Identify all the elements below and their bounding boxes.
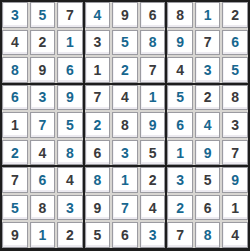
cell-r3c7[interactable]: 4	[167, 57, 193, 83]
cell-r4c6[interactable]: 1	[140, 85, 166, 111]
cell-r9c2[interactable]: 1	[30, 222, 56, 248]
cell-r1c9[interactable]: 2	[222, 2, 248, 28]
sudoku-board: 3574218964963581278129764356391752487412…	[0, 0, 250, 251]
cell-r1c4[interactable]: 4	[85, 2, 111, 28]
cell-r4c2[interactable]: 3	[30, 85, 56, 111]
cell-r4c1[interactable]: 6	[2, 85, 28, 111]
cell-r3c8[interactable]: 3	[195, 57, 221, 83]
cell-r2c8[interactable]: 7	[195, 30, 221, 56]
cell-r1c8[interactable]: 1	[195, 2, 221, 28]
cell-r2c1[interactable]: 4	[2, 30, 28, 56]
cell-r6c3[interactable]: 8	[57, 140, 83, 166]
cell-r1c1[interactable]: 3	[2, 2, 28, 28]
cell-r8c1[interactable]: 5	[2, 195, 28, 221]
sudoku-box-5: 528643197	[167, 85, 248, 166]
cell-r5c7[interactable]: 6	[167, 112, 193, 138]
cell-r2c6[interactable]: 8	[140, 30, 166, 56]
cell-r2c3[interactable]: 1	[57, 30, 83, 56]
cell-r5c1[interactable]: 1	[2, 112, 28, 138]
cell-r7c7[interactable]: 3	[167, 167, 193, 193]
cell-r7c5[interactable]: 1	[112, 167, 138, 193]
cell-r8c7[interactable]: 2	[167, 195, 193, 221]
cell-r9c8[interactable]: 8	[195, 222, 221, 248]
cell-r6c6[interactable]: 5	[140, 140, 166, 166]
cell-r9c5[interactable]: 6	[112, 222, 138, 248]
cell-r1c2[interactable]: 5	[30, 2, 56, 28]
cell-r4c8[interactable]: 2	[195, 85, 221, 111]
cell-r8c2[interactable]: 8	[30, 195, 56, 221]
cell-r4c4[interactable]: 7	[85, 85, 111, 111]
cell-r9c4[interactable]: 5	[85, 222, 111, 248]
cell-r5c9[interactable]: 3	[222, 112, 248, 138]
cell-r4c9[interactable]: 8	[222, 85, 248, 111]
cell-r1c6[interactable]: 6	[140, 2, 166, 28]
cell-r1c3[interactable]: 7	[57, 2, 83, 28]
cell-r2c5[interactable]: 5	[112, 30, 138, 56]
cell-r3c4[interactable]: 1	[85, 57, 111, 83]
cell-r6c7[interactable]: 1	[167, 140, 193, 166]
cell-r1c7[interactable]: 8	[167, 2, 193, 28]
cell-r9c3[interactable]: 2	[57, 222, 83, 248]
cell-r7c1[interactable]: 7	[2, 167, 28, 193]
cell-r6c5[interactable]: 3	[112, 140, 138, 166]
sudoku-box-7: 812974563	[85, 167, 166, 248]
cell-r5c5[interactable]: 8	[112, 112, 138, 138]
cell-r3c1[interactable]: 8	[2, 57, 28, 83]
cell-r4c7[interactable]: 5	[167, 85, 193, 111]
cell-r5c3[interactable]: 5	[57, 112, 83, 138]
cell-r4c3[interactable]: 9	[57, 85, 83, 111]
sudoku-box-2: 812976435	[167, 2, 248, 83]
sudoku-box-0: 357421896	[2, 2, 83, 83]
sudoku-box-1: 496358127	[85, 2, 166, 83]
cell-r6c4[interactable]: 6	[85, 140, 111, 166]
cell-r2c9[interactable]: 6	[222, 30, 248, 56]
cell-r2c2[interactable]: 2	[30, 30, 56, 56]
cell-r9c6[interactable]: 3	[140, 222, 166, 248]
cell-r9c9[interactable]: 4	[222, 222, 248, 248]
cell-r6c8[interactable]: 9	[195, 140, 221, 166]
cell-r8c5[interactable]: 7	[112, 195, 138, 221]
cell-r4c5[interactable]: 4	[112, 85, 138, 111]
cell-r5c4[interactable]: 2	[85, 112, 111, 138]
cell-r3c6[interactable]: 7	[140, 57, 166, 83]
cell-r5c8[interactable]: 4	[195, 112, 221, 138]
sudoku-box-3: 639175248	[2, 85, 83, 166]
cell-r6c2[interactable]: 4	[30, 140, 56, 166]
sudoku-box-6: 764583912	[2, 167, 83, 248]
cell-r7c3[interactable]: 4	[57, 167, 83, 193]
cell-r6c9[interactable]: 7	[222, 140, 248, 166]
cell-r5c2[interactable]: 7	[30, 112, 56, 138]
cell-r3c9[interactable]: 5	[222, 57, 248, 83]
cell-r3c3[interactable]: 6	[57, 57, 83, 83]
sudoku-box-8: 359261784	[167, 167, 248, 248]
cell-r2c7[interactable]: 9	[167, 30, 193, 56]
cell-r7c4[interactable]: 8	[85, 167, 111, 193]
cell-r7c9[interactable]: 9	[222, 167, 248, 193]
sudoku-box-4: 741289635	[85, 85, 166, 166]
cell-r8c6[interactable]: 4	[140, 195, 166, 221]
cell-r6c1[interactable]: 2	[2, 140, 28, 166]
cell-r8c9[interactable]: 1	[222, 195, 248, 221]
cell-r1c5[interactable]: 9	[112, 2, 138, 28]
cell-r8c4[interactable]: 9	[85, 195, 111, 221]
cell-r9c7[interactable]: 7	[167, 222, 193, 248]
cell-r2c4[interactable]: 3	[85, 30, 111, 56]
cell-r3c2[interactable]: 9	[30, 57, 56, 83]
cell-r3c5[interactable]: 2	[112, 57, 138, 83]
cell-r7c6[interactable]: 2	[140, 167, 166, 193]
cell-r5c6[interactable]: 9	[140, 112, 166, 138]
cell-r8c3[interactable]: 3	[57, 195, 83, 221]
cell-r7c2[interactable]: 6	[30, 167, 56, 193]
cell-r7c8[interactable]: 5	[195, 167, 221, 193]
cell-r8c8[interactable]: 6	[195, 195, 221, 221]
cell-r9c1[interactable]: 9	[2, 222, 28, 248]
